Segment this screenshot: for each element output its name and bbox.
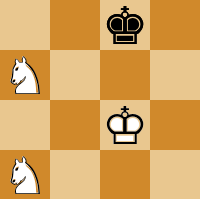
white-king-outline-glyph: ♔ bbox=[102, 100, 149, 152]
square-r1c1[interactable] bbox=[0, 0, 50, 50]
square-r1c3[interactable]: ♚♔ bbox=[100, 0, 150, 50]
white-knight[interactable]: ♞♘ bbox=[0, 150, 50, 199]
square-r2c4[interactable] bbox=[150, 50, 200, 100]
white-knight-outline-glyph: ♘ bbox=[2, 150, 49, 199]
square-r2c3[interactable] bbox=[100, 50, 150, 100]
square-r3c1[interactable] bbox=[0, 100, 50, 150]
white-knight-outline-glyph: ♘ bbox=[2, 50, 49, 102]
white-king[interactable]: ♚♔ bbox=[100, 100, 150, 152]
chess-board: ♚♔♞♘♚♔♞♘ bbox=[0, 0, 200, 199]
black-king[interactable]: ♚♔ bbox=[100, 0, 150, 52]
square-r4c3[interactable] bbox=[100, 150, 150, 199]
square-r4c1[interactable]: ♞♘ bbox=[0, 150, 50, 199]
square-r4c2[interactable] bbox=[50, 150, 100, 199]
square-r1c4[interactable] bbox=[150, 0, 200, 50]
square-r2c1[interactable]: ♞♘ bbox=[0, 50, 50, 100]
square-r3c3[interactable]: ♚♔ bbox=[100, 100, 150, 150]
black-king-outline-glyph: ♔ bbox=[102, 0, 149, 52]
square-r3c4[interactable] bbox=[150, 100, 200, 150]
square-r2c2[interactable] bbox=[50, 50, 100, 100]
square-r3c2[interactable] bbox=[50, 100, 100, 150]
white-knight[interactable]: ♞♘ bbox=[0, 50, 50, 102]
square-r1c2[interactable] bbox=[50, 0, 100, 50]
square-r4c4[interactable] bbox=[150, 150, 200, 199]
